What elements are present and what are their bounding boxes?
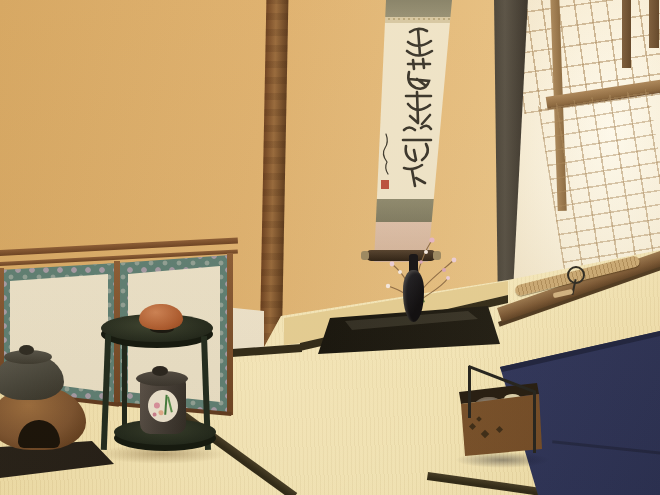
- tray-handle-left: [468, 366, 471, 418]
- tea-room-photo: 採菊東籬下: [0, 0, 660, 495]
- window-frame-slat: [622, 0, 631, 68]
- tea-caddy: [139, 304, 183, 330]
- cartouche-flower: [158, 410, 163, 415]
- cartouche-bamboo: [167, 397, 173, 413]
- kettle-knob: [19, 345, 34, 355]
- window-frame-slat: [649, 0, 659, 48]
- water-jar-knob: [152, 366, 168, 376]
- scroll-roller-knob: [361, 251, 369, 260]
- cartouche-flower: [154, 402, 160, 408]
- screen-frame-right: [227, 253, 233, 415]
- tray-handle-right: [533, 391, 536, 453]
- stand-leg-back: [122, 334, 127, 434]
- chabana-flower-sprig: [378, 218, 474, 310]
- cartouche-flower: [152, 412, 156, 416]
